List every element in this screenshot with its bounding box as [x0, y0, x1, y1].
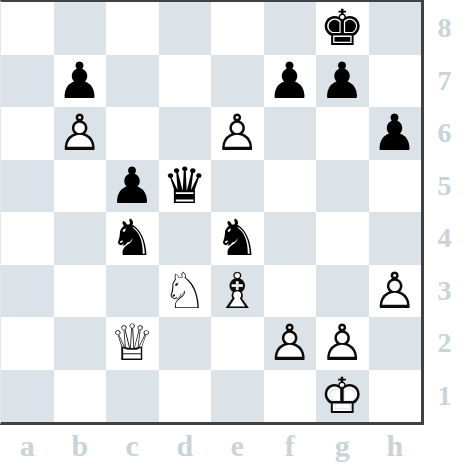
- black-king-piece: ♚: [316, 2, 369, 55]
- square-b2: [54, 317, 107, 370]
- rank-label-8: 8: [424, 2, 465, 55]
- square-h6: ♟: [369, 107, 422, 160]
- square-f3: [264, 265, 317, 318]
- rank-labels: 8 7 6 5 4 3 2 1: [424, 2, 465, 422]
- square-a2: [1, 317, 54, 370]
- white-pawn-piece: ♟♙: [369, 265, 422, 318]
- square-g5: [316, 160, 369, 213]
- square-e6: ♟♙: [211, 107, 264, 160]
- square-g1: ♚♔: [316, 370, 369, 423]
- white-queen-piece: ♛♕: [106, 317, 159, 370]
- white-pawn-piece: ♟♙: [211, 107, 264, 160]
- file-label-h: h: [369, 425, 422, 466]
- square-b8: [54, 2, 107, 55]
- square-c4: ♞: [106, 212, 159, 265]
- square-h4: [369, 212, 422, 265]
- square-g4: [316, 212, 369, 265]
- black-pawn-piece: ♟: [54, 55, 107, 108]
- square-d2: [159, 317, 212, 370]
- square-g6: [316, 107, 369, 160]
- white-pawn-piece: ♟♙: [316, 317, 369, 370]
- file-label-a: a: [1, 425, 54, 466]
- square-g7: ♟: [316, 55, 369, 108]
- square-d3: ♞♘: [159, 265, 212, 318]
- file-label-f: f: [264, 425, 317, 466]
- square-c3: [106, 265, 159, 318]
- white-bishop-piece: ♝♗: [211, 265, 264, 318]
- square-f4: [264, 212, 317, 265]
- square-e5: [211, 160, 264, 213]
- square-a3: [1, 265, 54, 318]
- black-knight-piece: ♞: [211, 212, 264, 265]
- chess-diagram: ♚♟♟♟♟♙♟♙♟♟♛♞♞♞♘♝♗♟♙♛♕♟♙♟♙♚♔ 8 7 6 5 4 3 …: [0, 0, 465, 466]
- square-d8: [159, 2, 212, 55]
- square-f2: ♟♙: [264, 317, 317, 370]
- square-a6: [1, 107, 54, 160]
- rank-label-3: 3: [424, 265, 465, 318]
- square-e3: ♝♗: [211, 265, 264, 318]
- black-pawn-piece: ♟: [264, 55, 317, 108]
- square-e4: ♞: [211, 212, 264, 265]
- square-a5: [1, 160, 54, 213]
- rank-label-6: 6: [424, 107, 465, 160]
- square-a1: [1, 370, 54, 423]
- square-a8: [1, 2, 54, 55]
- black-pawn-piece: ♟: [316, 55, 369, 108]
- square-g3: [316, 265, 369, 318]
- square-b1: [54, 370, 107, 423]
- file-label-b: b: [54, 425, 107, 466]
- square-h3: ♟♙: [369, 265, 422, 318]
- black-pawn-piece: ♟: [106, 160, 159, 213]
- white-pawn-piece: ♟♙: [264, 317, 317, 370]
- square-f8: [264, 2, 317, 55]
- square-h5: [369, 160, 422, 213]
- square-c2: ♛♕: [106, 317, 159, 370]
- square-b4: [54, 212, 107, 265]
- square-d7: [159, 55, 212, 108]
- square-h1: [369, 370, 422, 423]
- square-a7: [1, 55, 54, 108]
- square-h8: [369, 2, 422, 55]
- black-knight-piece: ♞: [106, 212, 159, 265]
- file-labels: a b c d e f g h: [1, 425, 421, 466]
- square-d4: [159, 212, 212, 265]
- square-e2: [211, 317, 264, 370]
- black-queen-piece: ♛: [159, 160, 212, 213]
- square-c8: [106, 2, 159, 55]
- rank-label-1: 1: [424, 370, 465, 423]
- file-label-g: g: [316, 425, 369, 466]
- white-knight-piece: ♞♘: [159, 265, 212, 318]
- square-b5: [54, 160, 107, 213]
- rank-label-7: 7: [424, 55, 465, 108]
- square-g8: ♚: [316, 2, 369, 55]
- file-label-e: e: [211, 425, 264, 466]
- square-b3: [54, 265, 107, 318]
- square-c1: [106, 370, 159, 423]
- white-king-piece: ♚♔: [316, 370, 369, 423]
- square-f5: [264, 160, 317, 213]
- square-g2: ♟♙: [316, 317, 369, 370]
- square-b6: ♟♙: [54, 107, 107, 160]
- square-a4: [1, 212, 54, 265]
- square-c6: [106, 107, 159, 160]
- square-b7: ♟: [54, 55, 107, 108]
- square-h2: [369, 317, 422, 370]
- rank-label-5: 5: [424, 160, 465, 213]
- black-pawn-piece: ♟: [369, 107, 422, 160]
- rank-label-2: 2: [424, 317, 465, 370]
- file-label-c: c: [106, 425, 159, 466]
- square-e8: [211, 2, 264, 55]
- square-f1: [264, 370, 317, 423]
- board-frame: ♚♟♟♟♟♙♟♙♟♟♛♞♞♞♘♝♗♟♙♛♕♟♙♟♙♚♔: [0, 0, 424, 425]
- square-d6: [159, 107, 212, 160]
- square-e7: [211, 55, 264, 108]
- square-h7: [369, 55, 422, 108]
- square-c7: [106, 55, 159, 108]
- square-d1: [159, 370, 212, 423]
- square-f6: [264, 107, 317, 160]
- white-pawn-piece: ♟♙: [54, 107, 107, 160]
- file-label-d: d: [159, 425, 212, 466]
- square-c5: ♟: [106, 160, 159, 213]
- rank-label-4: 4: [424, 212, 465, 265]
- square-f7: ♟: [264, 55, 317, 108]
- square-e1: [211, 370, 264, 423]
- square-d5: ♛: [159, 160, 212, 213]
- chess-board: ♚♟♟♟♟♙♟♙♟♟♛♞♞♞♘♝♗♟♙♛♕♟♙♟♙♚♔: [1, 2, 421, 422]
